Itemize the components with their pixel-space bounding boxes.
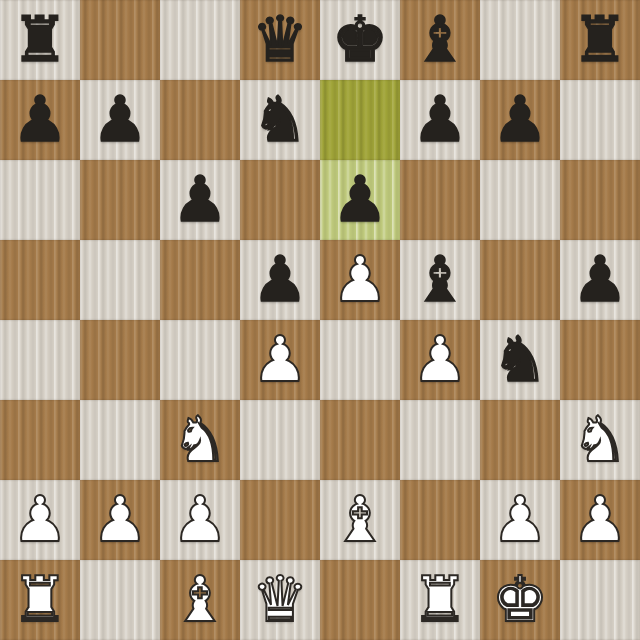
square-d3[interactable] xyxy=(240,400,320,480)
square-g2[interactable]: ♟ xyxy=(480,480,560,560)
square-f2[interactable] xyxy=(400,480,480,560)
square-b6[interactable] xyxy=(80,160,160,240)
black-bishop-f5[interactable]: ♝ xyxy=(412,240,468,320)
white-pawn-h2[interactable]: ♟ xyxy=(572,480,628,560)
black-pawn-g7[interactable]: ♟ xyxy=(492,80,548,160)
square-a2[interactable]: ♟ xyxy=(0,480,80,560)
square-c2[interactable]: ♟ xyxy=(160,480,240,560)
square-f6[interactable] xyxy=(400,160,480,240)
white-king-g1[interactable]: ♚ xyxy=(492,560,548,640)
square-e1[interactable] xyxy=(320,560,400,640)
square-d1[interactable]: ♛ xyxy=(240,560,320,640)
square-f8[interactable]: ♝ xyxy=(400,0,480,80)
square-d8[interactable]: ♛ xyxy=(240,0,320,80)
square-h8[interactable]: ♜ xyxy=(560,0,640,80)
chess-board: ♜♛♚♝♜♟♟♞♟♟♟♟♟♟♝♟♟♟♞♞♞♟♟♟♝♟♟♜♝♛♜♚ xyxy=(0,0,640,640)
square-a3[interactable] xyxy=(0,400,80,480)
square-e4[interactable] xyxy=(320,320,400,400)
white-rook-f1[interactable]: ♜ xyxy=(412,560,468,640)
square-h4[interactable] xyxy=(560,320,640,400)
square-h5[interactable]: ♟ xyxy=(560,240,640,320)
square-b3[interactable] xyxy=(80,400,160,480)
black-pawn-a7[interactable]: ♟ xyxy=(12,80,68,160)
black-queen-d8[interactable]: ♛ xyxy=(252,0,308,80)
black-rook-h8[interactable]: ♜ xyxy=(572,0,628,80)
black-pawn-b7[interactable]: ♟ xyxy=(92,80,148,160)
white-pawn-g2[interactable]: ♟ xyxy=(492,480,548,560)
square-e2[interactable]: ♝ xyxy=(320,480,400,560)
square-c6[interactable]: ♟ xyxy=(160,160,240,240)
black-pawn-d5[interactable]: ♟ xyxy=(252,240,308,320)
square-b2[interactable]: ♟ xyxy=(80,480,160,560)
square-a7[interactable]: ♟ xyxy=(0,80,80,160)
square-c4[interactable] xyxy=(160,320,240,400)
square-h7[interactable] xyxy=(560,80,640,160)
square-h6[interactable] xyxy=(560,160,640,240)
black-pawn-c6[interactable]: ♟ xyxy=(172,160,228,240)
square-a1[interactable]: ♜ xyxy=(0,560,80,640)
white-pawn-b2[interactable]: ♟ xyxy=(92,480,148,560)
square-g4[interactable]: ♞ xyxy=(480,320,560,400)
white-pawn-d4[interactable]: ♟ xyxy=(252,320,308,400)
square-f3[interactable] xyxy=(400,400,480,480)
black-pawn-e6[interactable]: ♟ xyxy=(332,160,388,240)
square-g6[interactable] xyxy=(480,160,560,240)
black-pawn-f7[interactable]: ♟ xyxy=(412,80,468,160)
black-knight-d7[interactable]: ♞ xyxy=(252,80,308,160)
square-h3[interactable]: ♞ xyxy=(560,400,640,480)
square-d2[interactable] xyxy=(240,480,320,560)
square-g5[interactable] xyxy=(480,240,560,320)
square-b7[interactable]: ♟ xyxy=(80,80,160,160)
square-b8[interactable] xyxy=(80,0,160,80)
square-c3[interactable]: ♞ xyxy=(160,400,240,480)
square-b1[interactable] xyxy=(80,560,160,640)
square-d5[interactable]: ♟ xyxy=(240,240,320,320)
white-knight-c3[interactable]: ♞ xyxy=(172,400,228,480)
square-e7[interactable] xyxy=(320,80,400,160)
square-e3[interactable] xyxy=(320,400,400,480)
white-pawn-a2[interactable]: ♟ xyxy=(12,480,68,560)
square-g8[interactable] xyxy=(480,0,560,80)
black-pawn-h5[interactable]: ♟ xyxy=(572,240,628,320)
square-d4[interactable]: ♟ xyxy=(240,320,320,400)
square-a4[interactable] xyxy=(0,320,80,400)
square-g3[interactable] xyxy=(480,400,560,480)
black-king-e8[interactable]: ♚ xyxy=(332,0,388,80)
square-h1[interactable] xyxy=(560,560,640,640)
square-h2[interactable]: ♟ xyxy=(560,480,640,560)
white-queen-d1[interactable]: ♛ xyxy=(252,560,308,640)
white-bishop-e2[interactable]: ♝ xyxy=(332,480,388,560)
square-c8[interactable] xyxy=(160,0,240,80)
white-knight-h3[interactable]: ♞ xyxy=(572,400,628,480)
square-e6[interactable]: ♟ xyxy=(320,160,400,240)
square-e5[interactable]: ♟ xyxy=(320,240,400,320)
chess-board-container: ♜♛♚♝♜♟♟♞♟♟♟♟♟♟♝♟♟♟♞♞♞♟♟♟♝♟♟♜♝♛♜♚ xyxy=(0,0,640,640)
square-d6[interactable] xyxy=(240,160,320,240)
black-bishop-f8[interactable]: ♝ xyxy=(412,0,468,80)
square-b5[interactable] xyxy=(80,240,160,320)
white-pawn-e5[interactable]: ♟ xyxy=(332,240,388,320)
white-pawn-f4[interactable]: ♟ xyxy=(412,320,468,400)
square-f7[interactable]: ♟ xyxy=(400,80,480,160)
square-f4[interactable]: ♟ xyxy=(400,320,480,400)
square-c7[interactable] xyxy=(160,80,240,160)
square-f1[interactable]: ♜ xyxy=(400,560,480,640)
square-a8[interactable]: ♜ xyxy=(0,0,80,80)
square-g1[interactable]: ♚ xyxy=(480,560,560,640)
black-knight-g4[interactable]: ♞ xyxy=(492,320,548,400)
square-f5[interactable]: ♝ xyxy=(400,240,480,320)
square-g7[interactable]: ♟ xyxy=(480,80,560,160)
white-rook-a1[interactable]: ♜ xyxy=(12,560,68,640)
white-pawn-c2[interactable]: ♟ xyxy=(172,480,228,560)
square-a6[interactable] xyxy=(0,160,80,240)
square-c5[interactable] xyxy=(160,240,240,320)
square-b4[interactable] xyxy=(80,320,160,400)
white-bishop-c1[interactable]: ♝ xyxy=(172,560,228,640)
square-d7[interactable]: ♞ xyxy=(240,80,320,160)
black-rook-a8[interactable]: ♜ xyxy=(12,0,68,80)
square-a5[interactable] xyxy=(0,240,80,320)
square-c1[interactable]: ♝ xyxy=(160,560,240,640)
square-e8[interactable]: ♚ xyxy=(320,0,400,80)
